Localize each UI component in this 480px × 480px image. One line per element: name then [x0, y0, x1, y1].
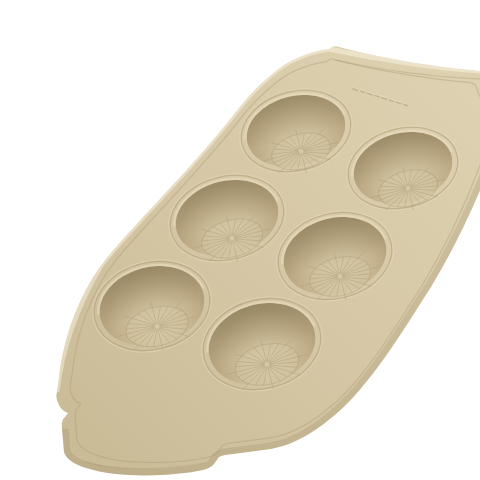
product-photo-canvas	[40, 16, 480, 480]
product-svg	[40, 16, 480, 480]
